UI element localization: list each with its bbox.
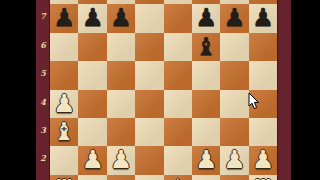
square-c7[interactable]: ♟ — [107, 4, 135, 32]
square-f6[interactable]: ♝ — [192, 33, 220, 61]
square-e4[interactable] — [164, 90, 192, 118]
square-h5[interactable] — [249, 61, 277, 89]
square-b3[interactable] — [78, 118, 106, 146]
square-h1[interactable]: ♜ — [249, 175, 277, 180]
square-d5[interactable] — [135, 61, 163, 89]
square-c5[interactable] — [107, 61, 135, 89]
square-g3[interactable] — [220, 118, 248, 146]
square-c6[interactable] — [107, 33, 135, 61]
square-a4[interactable]: ♟ — [50, 90, 78, 118]
square-b5[interactable] — [78, 61, 106, 89]
square-e1[interactable]: ♚ — [164, 175, 192, 180]
piece-black-pawn-c7[interactable]: ♟ — [107, 4, 135, 32]
square-b2[interactable]: ♟ — [78, 146, 106, 174]
square-b4[interactable] — [78, 90, 106, 118]
square-e3[interactable] — [164, 118, 192, 146]
square-b6[interactable] — [78, 33, 106, 61]
square-a7[interactable]: ♟ — [50, 4, 78, 32]
piece-black-pawn-b7[interactable]: ♟ — [78, 4, 106, 32]
square-b7[interactable]: ♟ — [78, 4, 106, 32]
piece-white-pawn-b2[interactable]: ♟ — [78, 146, 106, 174]
square-e2[interactable] — [164, 146, 192, 174]
square-d2[interactable] — [135, 146, 163, 174]
square-d1[interactable] — [135, 175, 163, 180]
piece-black-bishop-f6[interactable]: ♝ — [192, 33, 220, 61]
square-a3[interactable]: ♝ — [50, 118, 78, 146]
rank-label-6: 6 — [36, 33, 50, 61]
piece-black-pawn-a7[interactable]: ♟ — [50, 4, 78, 32]
square-c2[interactable]: ♟ — [107, 146, 135, 174]
square-g7[interactable]: ♟ — [220, 4, 248, 32]
piece-white-rook-a1[interactable]: ♜ — [50, 175, 78, 180]
square-f4[interactable] — [192, 90, 220, 118]
piece-black-pawn-f7[interactable]: ♟ — [192, 4, 220, 32]
square-h2[interactable]: ♟ — [249, 146, 277, 174]
piece-white-pawn-c2[interactable]: ♟ — [107, 146, 135, 174]
square-f5[interactable] — [192, 61, 220, 89]
square-f1[interactable] — [192, 175, 220, 180]
square-a1[interactable]: ♜ — [50, 175, 78, 180]
piece-white-bishop-a3[interactable]: ♝ — [50, 118, 78, 146]
piece-white-pawn-g2[interactable]: ♟ — [220, 146, 248, 174]
rank-label-4: 4 — [36, 90, 50, 118]
square-e6[interactable] — [164, 33, 192, 61]
square-c1[interactable] — [107, 175, 135, 180]
square-g4[interactable] — [220, 90, 248, 118]
piece-white-king-e1[interactable]: ♚ — [164, 175, 192, 180]
square-h7[interactable]: ♟ — [249, 4, 277, 32]
chess-board[interactable]: ♜♚♜♟♟♟♟♟♟♝♟♝♟♟♟♟♟♜♚♜ — [50, 0, 277, 180]
square-g2[interactable]: ♟ — [220, 146, 248, 174]
piece-white-pawn-h2[interactable]: ♟ — [249, 146, 277, 174]
square-c4[interactable] — [107, 90, 135, 118]
square-d3[interactable] — [135, 118, 163, 146]
piece-black-pawn-g7[interactable]: ♟ — [220, 4, 248, 32]
square-b1[interactable] — [78, 175, 106, 180]
square-g5[interactable] — [220, 61, 248, 89]
app-window: 765432 ♜♚♜♟♟♟♟♟♟♝♟♝♟♟♟♟♟♜♚♜ — [0, 0, 320, 180]
rank-label-7: 7 — [36, 4, 50, 32]
square-d6[interactable] — [135, 33, 163, 61]
square-f7[interactable]: ♟ — [192, 4, 220, 32]
square-a6[interactable] — [50, 33, 78, 61]
square-c3[interactable] — [107, 118, 135, 146]
rank-label-2: 2 — [36, 146, 50, 174]
square-f2[interactable]: ♟ — [192, 146, 220, 174]
square-g1[interactable] — [220, 175, 248, 180]
piece-white-pawn-a4[interactable]: ♟ — [50, 90, 78, 118]
square-h6[interactable] — [249, 33, 277, 61]
rank-label-5: 5 — [36, 61, 50, 89]
square-d7[interactable] — [135, 4, 163, 32]
board-border: 765432 ♜♚♜♟♟♟♟♟♟♝♟♝♟♟♟♟♟♜♚♜ — [36, 0, 291, 180]
rank-label-3: 3 — [36, 118, 50, 146]
square-h3[interactable] — [249, 118, 277, 146]
mouse-cursor-icon — [248, 93, 260, 110]
piece-black-pawn-h7[interactable]: ♟ — [249, 4, 277, 32]
square-g6[interactable] — [220, 33, 248, 61]
square-a2[interactable] — [50, 146, 78, 174]
square-a5[interactable] — [50, 61, 78, 89]
square-e5[interactable] — [164, 61, 192, 89]
square-e7[interactable] — [164, 4, 192, 32]
square-f3[interactable] — [192, 118, 220, 146]
square-d4[interactable] — [135, 90, 163, 118]
piece-white-rook-h1[interactable]: ♜ — [249, 175, 277, 180]
piece-white-pawn-f2[interactable]: ♟ — [192, 146, 220, 174]
